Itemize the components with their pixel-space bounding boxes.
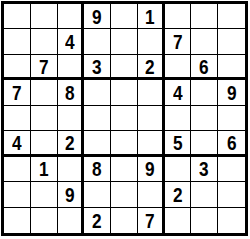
given-digit: 2 (145, 56, 155, 77)
cell-r5c5[interactable] (111, 106, 138, 131)
cell-r3c7[interactable] (165, 55, 192, 80)
cell-r8c8[interactable] (191, 182, 218, 207)
given-digit: 6 (200, 56, 210, 77)
cell-r4c1[interactable]: 7 (4, 80, 31, 105)
cell-r8c3[interactable]: 9 (58, 182, 85, 207)
cell-r8c2[interactable] (31, 182, 58, 207)
cell-r3c2[interactable]: 7 (31, 55, 58, 80)
cell-r5c9[interactable] (218, 106, 245, 131)
cell-r6c4[interactable] (84, 131, 111, 156)
cell-r6c5[interactable] (111, 131, 138, 156)
cell-r9c2[interactable] (31, 208, 58, 233)
cell-r5c4[interactable] (84, 106, 111, 131)
sudoku-board: 914773267849425618939227 (1, 1, 248, 236)
cell-r7c9[interactable] (218, 157, 245, 182)
cell-r5c3[interactable] (58, 106, 85, 131)
given-digit: 7 (145, 210, 155, 231)
cell-r4c8[interactable] (191, 80, 218, 105)
cell-r3c9[interactable] (218, 55, 245, 80)
cell-r7c3[interactable] (58, 157, 85, 182)
cell-r8c7[interactable]: 2 (165, 182, 192, 207)
cell-r3c8[interactable]: 6 (191, 55, 218, 80)
cell-r6c8[interactable] (191, 131, 218, 156)
cell-r3c6[interactable]: 2 (138, 55, 165, 80)
cell-r1c1[interactable] (4, 4, 31, 29)
cell-r2c9[interactable] (218, 29, 245, 54)
given-digit: 5 (173, 132, 183, 153)
given-digit: 9 (65, 184, 75, 205)
cell-r5c2[interactable] (31, 106, 58, 131)
cell-r1c4[interactable]: 9 (84, 4, 111, 29)
cell-r1c3[interactable] (58, 4, 85, 29)
cell-r3c3[interactable] (58, 55, 85, 80)
cell-r1c9[interactable] (218, 4, 245, 29)
cell-r8c1[interactable] (4, 182, 31, 207)
cell-r3c5[interactable] (111, 55, 138, 80)
given-digit: 7 (12, 82, 22, 103)
cell-r4c5[interactable] (111, 80, 138, 105)
given-digit: 6 (227, 132, 237, 153)
cell-r4c9[interactable]: 9 (218, 80, 245, 105)
cell-r9c6[interactable]: 7 (138, 208, 165, 233)
cell-r7c5[interactable] (111, 157, 138, 182)
cell-r6c1[interactable]: 4 (4, 131, 31, 156)
cell-r1c2[interactable] (31, 4, 58, 29)
cell-r1c5[interactable] (111, 4, 138, 29)
given-digit: 9 (92, 6, 102, 27)
cell-r2c4[interactable] (84, 29, 111, 54)
cell-r1c8[interactable] (191, 4, 218, 29)
cell-r4c3[interactable]: 8 (58, 80, 85, 105)
given-digit: 2 (65, 132, 75, 153)
cell-r6c6[interactable] (138, 131, 165, 156)
cell-r1c7[interactable] (165, 4, 192, 29)
given-digit: 3 (200, 158, 210, 179)
given-digit: 4 (65, 31, 75, 52)
cell-r8c5[interactable] (111, 182, 138, 207)
cell-r6c7[interactable]: 5 (165, 131, 192, 156)
cell-r2c2[interactable] (31, 29, 58, 54)
cell-r9c7[interactable] (165, 208, 192, 233)
given-digit: 8 (92, 158, 102, 179)
cell-r5c7[interactable] (165, 106, 192, 131)
cell-r7c2[interactable]: 1 (31, 157, 58, 182)
cell-r2c1[interactable] (4, 29, 31, 54)
cell-r9c4[interactable]: 2 (84, 208, 111, 233)
cell-r2c7[interactable]: 7 (165, 29, 192, 54)
cell-r6c3[interactable]: 2 (58, 131, 85, 156)
cell-r9c9[interactable] (218, 208, 245, 233)
cell-r7c6[interactable]: 9 (138, 157, 165, 182)
given-digit: 7 (173, 31, 183, 52)
given-digit: 4 (173, 82, 183, 103)
given-digit: 1 (39, 158, 49, 179)
cell-r3c4[interactable]: 3 (84, 55, 111, 80)
cell-r4c7[interactable]: 4 (165, 80, 192, 105)
cell-r1c6[interactable]: 1 (138, 4, 165, 29)
cell-r9c1[interactable] (4, 208, 31, 233)
given-digit: 8 (65, 82, 75, 103)
cell-r4c2[interactable] (31, 80, 58, 105)
given-digit: 7 (39, 56, 49, 77)
given-digit: 9 (145, 158, 155, 179)
cell-r9c3[interactable] (58, 208, 85, 233)
cell-r7c1[interactable] (4, 157, 31, 182)
cell-r2c3[interactable]: 4 (58, 29, 85, 54)
cell-r6c2[interactable] (31, 131, 58, 156)
cell-r4c4[interactable] (84, 80, 111, 105)
cell-r8c9[interactable] (218, 182, 245, 207)
cell-r4c6[interactable] (138, 80, 165, 105)
given-digit: 2 (92, 210, 102, 231)
cell-r2c8[interactable] (191, 29, 218, 54)
given-digit: 1 (145, 6, 155, 27)
cell-r8c6[interactable] (138, 182, 165, 207)
cell-r5c1[interactable] (4, 106, 31, 131)
cell-r9c8[interactable] (191, 208, 218, 233)
cell-r2c5[interactable] (111, 29, 138, 54)
cell-r7c4[interactable]: 8 (84, 157, 111, 182)
cell-r7c7[interactable] (165, 157, 192, 182)
cell-r2c6[interactable] (138, 29, 165, 54)
cell-r5c6[interactable] (138, 106, 165, 131)
cell-r6c9[interactable]: 6 (218, 131, 245, 156)
cell-r5c8[interactable] (191, 106, 218, 131)
cell-r8c4[interactable] (84, 182, 111, 207)
cell-r3c1[interactable] (4, 55, 31, 80)
given-digit: 9 (227, 82, 237, 103)
given-digit: 3 (92, 56, 102, 77)
given-digit: 4 (12, 132, 22, 153)
given-digit: 2 (173, 184, 183, 205)
cell-r9c5[interactable] (111, 208, 138, 233)
cell-r7c8[interactable]: 3 (191, 157, 218, 182)
